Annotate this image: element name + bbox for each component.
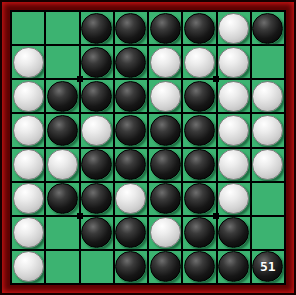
white-disc: [218, 81, 249, 112]
cell-f4[interactable]: [183, 114, 215, 146]
star-point-bottom-right: [213, 213, 219, 219]
cell-h7[interactable]: [252, 217, 284, 249]
cell-f3[interactable]: [183, 80, 215, 112]
black-disc: [184, 217, 215, 248]
white-disc: [13, 81, 44, 112]
cell-g7[interactable]: [218, 217, 250, 249]
cell-h5[interactable]: [252, 149, 284, 181]
cell-a6[interactable]: [12, 183, 44, 215]
cell-a1[interactable]: [12, 12, 44, 44]
cell-b7[interactable]: [46, 217, 78, 249]
cell-c8[interactable]: [81, 251, 113, 283]
cell-h3[interactable]: [252, 80, 284, 112]
black-disc: [47, 115, 78, 146]
black-disc: [184, 13, 215, 44]
white-disc: [252, 81, 283, 112]
white-disc: [218, 115, 249, 146]
cell-d5[interactable]: [115, 149, 147, 181]
cell-c7[interactable]: [81, 217, 113, 249]
black-disc: [115, 13, 146, 44]
cell-d3[interactable]: [115, 80, 147, 112]
cell-b4[interactable]: [46, 114, 78, 146]
white-disc: [150, 81, 181, 112]
white-disc: [13, 149, 44, 180]
black-disc: [81, 149, 112, 180]
white-disc: [150, 47, 181, 78]
white-disc: [13, 47, 44, 78]
cell-d2[interactable]: [115, 46, 147, 78]
cell-f2[interactable]: [183, 46, 215, 78]
white-disc: [184, 47, 215, 78]
white-disc: [81, 115, 112, 146]
black-disc: [184, 81, 215, 112]
black-disc: [115, 149, 146, 180]
black-disc: [81, 81, 112, 112]
black-disc: [81, 217, 112, 248]
white-disc: [150, 217, 181, 248]
cell-g2[interactable]: [218, 46, 250, 78]
black-disc: [184, 115, 215, 146]
black-disc: [115, 251, 146, 282]
cell-c2[interactable]: [81, 46, 113, 78]
black-disc: [218, 217, 249, 248]
cell-c4[interactable]: [81, 114, 113, 146]
white-disc: [218, 47, 249, 78]
cell-e4[interactable]: [149, 114, 181, 146]
white-disc: [13, 183, 44, 214]
white-disc: [13, 251, 44, 282]
cell-a3[interactable]: [12, 80, 44, 112]
cell-a4[interactable]: [12, 114, 44, 146]
black-disc: [81, 47, 112, 78]
black-disc: [252, 13, 283, 44]
black-disc: [184, 149, 215, 180]
last-move-number: 51: [260, 260, 276, 273]
cell-b1[interactable]: [46, 12, 78, 44]
cell-d7[interactable]: [115, 217, 147, 249]
cell-h4[interactable]: [252, 114, 284, 146]
white-disc: [218, 13, 249, 44]
black-disc: [184, 251, 215, 282]
othello-board: 51: [12, 12, 284, 283]
white-disc: [47, 149, 78, 180]
cell-b5[interactable]: [46, 149, 78, 181]
cell-e8[interactable]: [149, 251, 181, 283]
white-disc: [252, 115, 283, 146]
black-disc: [115, 47, 146, 78]
cell-e5[interactable]: [149, 149, 181, 181]
cell-e7[interactable]: [149, 217, 181, 249]
black-disc: [47, 81, 78, 112]
cell-b3[interactable]: [46, 80, 78, 112]
cell-a8[interactable]: [12, 251, 44, 283]
cell-f8[interactable]: [183, 251, 215, 283]
black-disc: [150, 13, 181, 44]
cell-c3[interactable]: [81, 80, 113, 112]
cell-d6[interactable]: [115, 183, 147, 215]
black-disc: [184, 183, 215, 214]
black-disc: [115, 217, 146, 248]
board-inner-frame: 51: [10, 10, 286, 285]
cell-b8[interactable]: [46, 251, 78, 283]
cell-f7[interactable]: [183, 217, 215, 249]
cell-h1[interactable]: [252, 12, 284, 44]
cell-g5[interactable]: [218, 149, 250, 181]
cell-a2[interactable]: [12, 46, 44, 78]
cell-d1[interactable]: [115, 12, 147, 44]
star-point-top-left: [77, 76, 83, 82]
cell-a5[interactable]: [12, 149, 44, 181]
black-disc: [218, 251, 249, 282]
white-disc: [13, 217, 44, 248]
cell-d8[interactable]: [115, 251, 147, 283]
black-disc: 51: [252, 251, 283, 282]
black-disc: [150, 251, 181, 282]
cell-g8[interactable]: [218, 251, 250, 283]
cell-g6[interactable]: [218, 183, 250, 215]
star-point-bottom-left: [77, 213, 83, 219]
cell-b6[interactable]: [46, 183, 78, 215]
black-disc: [115, 81, 146, 112]
cell-e6[interactable]: [149, 183, 181, 215]
cell-e1[interactable]: [149, 12, 181, 44]
cell-b2[interactable]: [46, 46, 78, 78]
white-disc: [252, 149, 283, 180]
black-disc: [150, 149, 181, 180]
black-disc: [81, 183, 112, 214]
cell-h6[interactable]: [252, 183, 284, 215]
board-frame: 51: [0, 0, 296, 295]
white-disc: [13, 115, 44, 146]
white-disc: [115, 183, 146, 214]
cell-d4[interactable]: [115, 114, 147, 146]
cell-f1[interactable]: [183, 12, 215, 44]
cell-c5[interactable]: [81, 149, 113, 181]
cell-f6[interactable]: [183, 183, 215, 215]
white-disc: [218, 149, 249, 180]
cell-g3[interactable]: [218, 80, 250, 112]
black-disc: [115, 115, 146, 146]
black-disc: [47, 183, 78, 214]
cell-g1[interactable]: [218, 12, 250, 44]
cell-c6[interactable]: [81, 183, 113, 215]
cell-e2[interactable]: [149, 46, 181, 78]
black-disc: [150, 183, 181, 214]
cell-h8[interactable]: 51: [252, 251, 284, 283]
cell-h2[interactable]: [252, 46, 284, 78]
cell-e3[interactable]: [149, 80, 181, 112]
black-disc: [81, 13, 112, 44]
black-disc: [150, 115, 181, 146]
cell-a7[interactable]: [12, 217, 44, 249]
white-disc: [218, 183, 249, 214]
cell-f5[interactable]: [183, 149, 215, 181]
star-point-top-right: [213, 76, 219, 82]
cell-g4[interactable]: [218, 114, 250, 146]
cell-c1[interactable]: [81, 12, 113, 44]
